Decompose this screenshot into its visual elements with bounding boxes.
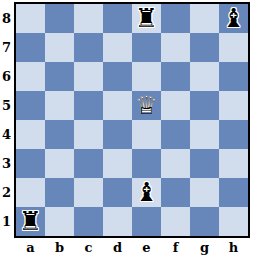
square-e5[interactable]: ♛♕ — [132, 91, 161, 120]
square-h1[interactable] — [219, 207, 248, 236]
square-c3[interactable] — [74, 149, 103, 178]
piece-black-bishop[interactable]: ♝ — [132, 178, 161, 207]
square-e1[interactable] — [132, 207, 161, 236]
square-h3[interactable] — [219, 149, 248, 178]
square-c7[interactable] — [74, 33, 103, 62]
rank-label-4: 4 — [0, 120, 13, 149]
square-f6[interactable] — [161, 62, 190, 91]
rank-label-2: 2 — [0, 178, 13, 207]
rank-label-6: 6 — [0, 62, 13, 91]
square-b6[interactable] — [45, 62, 74, 91]
square-b8[interactable] — [45, 4, 74, 33]
chess-diagram: ♜♝♛♕♝♜ 87654321 abcdefgh — [0, 0, 256, 258]
file-label-b: b — [45, 239, 74, 256]
square-a8[interactable] — [16, 4, 45, 33]
square-d1[interactable] — [103, 207, 132, 236]
square-g8[interactable] — [190, 4, 219, 33]
square-h5[interactable] — [219, 91, 248, 120]
square-b7[interactable] — [45, 33, 74, 62]
square-b1[interactable] — [45, 207, 74, 236]
square-f4[interactable] — [161, 120, 190, 149]
square-h2[interactable] — [219, 178, 248, 207]
square-d5[interactable] — [103, 91, 132, 120]
file-label-c: c — [74, 239, 103, 256]
square-d7[interactable] — [103, 33, 132, 62]
square-a4[interactable] — [16, 120, 45, 149]
square-g2[interactable] — [190, 178, 219, 207]
square-c4[interactable] — [74, 120, 103, 149]
piece-black-bishop[interactable]: ♝ — [219, 4, 248, 33]
square-c2[interactable] — [74, 178, 103, 207]
rank-label-7: 7 — [0, 33, 13, 62]
rank-label-8: 8 — [0, 4, 13, 33]
square-a5[interactable] — [16, 91, 45, 120]
square-h8[interactable]: ♝ — [219, 4, 248, 33]
square-a2[interactable] — [16, 178, 45, 207]
piece-black-rook[interactable]: ♜ — [16, 207, 45, 236]
square-f3[interactable] — [161, 149, 190, 178]
file-label-h: h — [219, 239, 248, 256]
square-h4[interactable] — [219, 120, 248, 149]
square-f5[interactable] — [161, 91, 190, 120]
square-d3[interactable] — [103, 149, 132, 178]
square-b3[interactable] — [45, 149, 74, 178]
file-label-d: d — [103, 239, 132, 256]
file-label-f: f — [161, 239, 190, 256]
square-e8[interactable]: ♜ — [132, 4, 161, 33]
rank-label-3: 3 — [0, 149, 13, 178]
square-c6[interactable] — [74, 62, 103, 91]
file-label-a: a — [16, 239, 45, 256]
square-a1[interactable]: ♜ — [16, 207, 45, 236]
square-e6[interactable] — [132, 62, 161, 91]
square-d4[interactable] — [103, 120, 132, 149]
square-f1[interactable] — [161, 207, 190, 236]
square-f7[interactable] — [161, 33, 190, 62]
square-g3[interactable] — [190, 149, 219, 178]
square-a7[interactable] — [16, 33, 45, 62]
square-d6[interactable] — [103, 62, 132, 91]
square-g6[interactable] — [190, 62, 219, 91]
square-d8[interactable] — [103, 4, 132, 33]
square-a6[interactable] — [16, 62, 45, 91]
square-a3[interactable] — [16, 149, 45, 178]
piece-white-queen[interactable]: ♕ — [132, 91, 161, 120]
square-h7[interactable] — [219, 33, 248, 62]
square-g1[interactable] — [190, 207, 219, 236]
square-c5[interactable] — [74, 91, 103, 120]
square-b5[interactable] — [45, 91, 74, 120]
square-e4[interactable] — [132, 120, 161, 149]
square-g7[interactable] — [190, 33, 219, 62]
rank-label-5: 5 — [0, 91, 13, 120]
square-b4[interactable] — [45, 120, 74, 149]
file-label-e: e — [132, 239, 161, 256]
square-e3[interactable] — [132, 149, 161, 178]
rank-label-1: 1 — [0, 207, 13, 236]
square-g5[interactable] — [190, 91, 219, 120]
square-f2[interactable] — [161, 178, 190, 207]
piece-black-rook[interactable]: ♜ — [132, 4, 161, 33]
square-e2[interactable]: ♝ — [132, 178, 161, 207]
square-d2[interactable] — [103, 178, 132, 207]
square-b2[interactable] — [45, 178, 74, 207]
square-c8[interactable] — [74, 4, 103, 33]
square-e7[interactable] — [132, 33, 161, 62]
file-label-g: g — [190, 239, 219, 256]
chess-board: ♜♝♛♕♝♜ — [14, 2, 250, 238]
square-f8[interactable] — [161, 4, 190, 33]
square-c1[interactable] — [74, 207, 103, 236]
square-h6[interactable] — [219, 62, 248, 91]
square-g4[interactable] — [190, 120, 219, 149]
